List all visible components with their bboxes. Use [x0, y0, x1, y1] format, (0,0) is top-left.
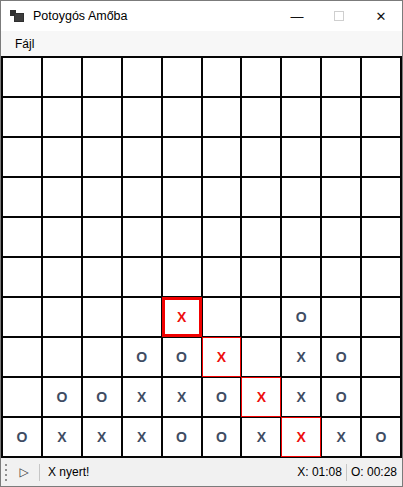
cell-r6-c9[interactable] — [361, 297, 401, 337]
cell-r0-c3[interactable] — [122, 57, 162, 97]
cell-r4-c5[interactable] — [202, 217, 242, 257]
cell-r4-c7[interactable] — [281, 217, 321, 257]
cell-r2-c5[interactable] — [202, 137, 242, 177]
cell-r7-c6[interactable] — [241, 337, 281, 377]
cell-r9-c7-x[interactable]: X — [281, 417, 321, 457]
cell-r4-c1[interactable] — [42, 217, 82, 257]
cell-r0-c9[interactable] — [361, 57, 401, 97]
cell-r8-c7-x[interactable]: X — [281, 377, 321, 417]
play-icon: ▷ — [19, 465, 28, 479]
cell-r8-c4-x[interactable]: X — [162, 377, 202, 417]
cell-r2-c3[interactable] — [122, 137, 162, 177]
cell-r2-c6[interactable] — [241, 137, 281, 177]
cell-r9-c5-o[interactable]: O — [202, 417, 242, 457]
cell-r5-c3[interactable] — [122, 257, 162, 297]
cell-r6-c8[interactable] — [321, 297, 361, 337]
cell-r8-c5-o[interactable]: O — [202, 377, 242, 417]
cell-r8-c3-x[interactable]: X — [122, 377, 162, 417]
cell-r3-c3[interactable] — [122, 177, 162, 217]
cell-r1-c3[interactable] — [122, 97, 162, 137]
cell-r2-c8[interactable] — [321, 137, 361, 177]
menu-item-file[interactable]: Fájl — [6, 33, 43, 54]
status-message: X nyert! — [48, 465, 89, 479]
cell-r0-c2[interactable] — [82, 57, 122, 97]
maximize-button — [318, 1, 360, 31]
minimize-button[interactable]: — — [276, 1, 318, 31]
cell-r2-c9[interactable] — [361, 137, 401, 177]
cell-r9-c2-x[interactable]: X — [82, 417, 122, 457]
cell-r9-c1-x[interactable]: X — [42, 417, 82, 457]
maximize-icon — [334, 11, 344, 21]
close-icon: ✕ — [376, 9, 387, 24]
cell-r5-c1[interactable] — [42, 257, 82, 297]
cell-r2-c7[interactable] — [281, 137, 321, 177]
cell-r6-c6[interactable] — [241, 297, 281, 337]
cell-r3-c0[interactable] — [2, 177, 42, 217]
cell-r6-c2[interactable] — [82, 297, 122, 337]
cell-r2-c2[interactable] — [82, 137, 122, 177]
app-window: Potoygós Amőba — ✕ Fájl XOOOXXOOOXXOXXOO… — [0, 0, 403, 487]
timers: X: 01:08 O: 00:28 — [297, 464, 402, 481]
cell-r3-c5[interactable] — [202, 177, 242, 217]
timer-o: O: 00:28 — [351, 465, 397, 479]
cell-r0-c8[interactable] — [321, 57, 361, 97]
cell-r0-c0[interactable] — [2, 57, 42, 97]
window-controls: — ✕ — [276, 1, 402, 31]
cell-r5-c7[interactable] — [281, 257, 321, 297]
cell-r7-c1[interactable] — [42, 337, 82, 377]
cell-r8-c0[interactable] — [2, 377, 42, 417]
cell-r5-c0[interactable] — [2, 257, 42, 297]
cell-r0-c5[interactable] — [202, 57, 242, 97]
cell-r8-c9[interactable] — [361, 377, 401, 417]
cell-r1-c4[interactable] — [162, 97, 202, 137]
cell-r3-c9[interactable] — [361, 177, 401, 217]
cell-r9-c8-x[interactable]: X — [321, 417, 361, 457]
cell-r5-c9[interactable] — [361, 257, 401, 297]
cell-r1-c7[interactable] — [281, 97, 321, 137]
cell-r0-c1[interactable] — [42, 57, 82, 97]
cell-r6-c0[interactable] — [2, 297, 42, 337]
cell-r4-c8[interactable] — [321, 217, 361, 257]
cell-r7-c5-x[interactable]: X — [202, 337, 242, 377]
cell-r5-c4[interactable] — [162, 257, 202, 297]
cell-r4-c6[interactable] — [241, 217, 281, 257]
cell-r0-c6[interactable] — [241, 57, 281, 97]
cell-r1-c5[interactable] — [202, 97, 242, 137]
cell-r9-c0-o[interactable]: O — [2, 417, 42, 457]
cell-r3-c4[interactable] — [162, 177, 202, 217]
cell-r8-c8-o[interactable]: O — [321, 377, 361, 417]
cell-r3-c1[interactable] — [42, 177, 82, 217]
cell-r0-c4[interactable] — [162, 57, 202, 97]
window-title: Potoygós Amőba — [33, 9, 128, 23]
cell-r7-c4-o[interactable]: O — [162, 337, 202, 377]
cell-r1-c0[interactable] — [2, 97, 42, 137]
cell-r9-c3-x[interactable]: X — [122, 417, 162, 457]
cell-r5-c2[interactable] — [82, 257, 122, 297]
cell-r5-c6[interactable] — [241, 257, 281, 297]
cell-r4-c4[interactable] — [162, 217, 202, 257]
cell-r0-c7[interactable] — [281, 57, 321, 97]
cell-r7-c3-o[interactable]: O — [122, 337, 162, 377]
cell-r1-c1[interactable] — [42, 97, 82, 137]
cell-r4-c9[interactable] — [361, 217, 401, 257]
cell-r5-c5[interactable] — [202, 257, 242, 297]
cell-r8-c6-x[interactable]: X — [241, 377, 281, 417]
cell-r2-c1[interactable] — [42, 137, 82, 177]
separator — [346, 464, 347, 481]
cell-r3-c2[interactable] — [82, 177, 122, 217]
cell-r6-c1[interactable] — [42, 297, 82, 337]
cell-r1-c8[interactable] — [321, 97, 361, 137]
cell-r3-c7[interactable] — [281, 177, 321, 217]
cell-r9-c6-x[interactable]: X — [241, 417, 281, 457]
separator — [39, 464, 40, 481]
close-button[interactable]: ✕ — [360, 1, 402, 31]
cell-r4-c3[interactable] — [122, 217, 162, 257]
cell-r7-c2[interactable] — [82, 337, 122, 377]
cell-r7-c7-x[interactable]: X — [281, 337, 321, 377]
app-icon[interactable] — [10, 9, 26, 24]
cell-r4-c0[interactable] — [2, 217, 42, 257]
cell-r1-c2[interactable] — [82, 97, 122, 137]
cell-r6-c3[interactable] — [122, 297, 162, 337]
cell-r3-c6[interactable] — [241, 177, 281, 217]
cell-r7-c0[interactable] — [2, 337, 42, 377]
status-bar: ▷ X nyert! X: 01:08 O: 00:28 — [1, 458, 402, 486]
toolstrip-grip[interactable] — [3, 464, 11, 481]
cell-r2-c4[interactable] — [162, 137, 202, 177]
cell-r7-c9[interactable] — [361, 337, 401, 377]
cell-r6-c5[interactable] — [202, 297, 242, 337]
cell-r8-c2-o[interactable]: O — [82, 377, 122, 417]
timer-x: X: 01:08 — [297, 465, 342, 479]
cell-r6-c7-o[interactable]: O — [281, 297, 321, 337]
cell-r3-c8[interactable] — [321, 177, 361, 217]
game-board: XOOOXXOOOXXOXXOOXXXOOXXXO — [1, 56, 402, 458]
cell-r9-c4-o[interactable]: O — [162, 417, 202, 457]
cell-r7-c8-o[interactable]: O — [321, 337, 361, 377]
menu-bar: Fájl — [1, 31, 402, 56]
minimize-icon: — — [291, 9, 304, 24]
cell-r9-c9-o[interactable]: O — [361, 417, 401, 457]
cell-r1-c9[interactable] — [361, 97, 401, 137]
cell-r1-c6[interactable] — [241, 97, 281, 137]
play-button[interactable]: ▷ — [13, 465, 35, 479]
cell-r5-c8[interactable] — [321, 257, 361, 297]
cell-r4-c2[interactable] — [82, 217, 122, 257]
app-icon-square-large — [14, 13, 24, 22]
cell-r6-c4-x[interactable]: X — [162, 297, 202, 337]
title-bar: Potoygós Amőba — ✕ — [1, 1, 402, 31]
cell-r8-c1-o[interactable]: O — [42, 377, 82, 417]
cell-r2-c0[interactable] — [2, 137, 42, 177]
